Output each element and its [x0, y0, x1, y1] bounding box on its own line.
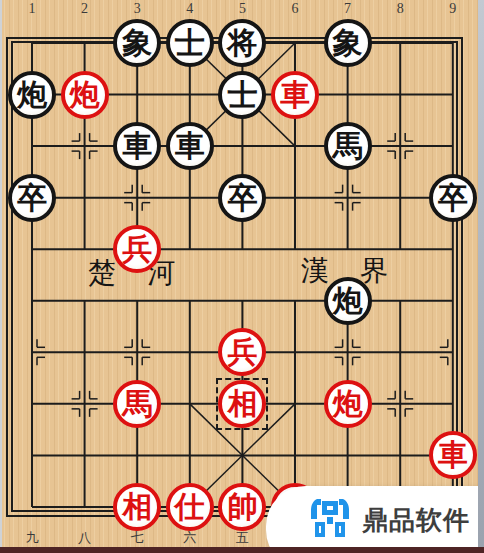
piece-black-elephant[interactable]: 象 — [324, 19, 372, 67]
file-label-bottom-2: 八 — [73, 531, 97, 544]
file-label-top-6: 6 — [283, 2, 307, 16]
piece-red-cannon[interactable]: 炮 — [324, 380, 372, 428]
piece-black-elephant[interactable]: 象 — [113, 19, 161, 67]
file-label-top-5: 5 — [230, 2, 254, 16]
window-edge-left — [0, 0, 2, 553]
piece-black-chariot[interactable]: 車 — [113, 122, 161, 170]
file-label-bottom-4: 六 — [178, 531, 202, 544]
file-label-top-1: 1 — [20, 2, 44, 16]
piece-black-soldier[interactable]: 卒 — [218, 174, 266, 222]
watermark-badge: 鼎品软件 — [266, 486, 484, 553]
piece-black-soldier[interactable]: 卒 — [429, 174, 477, 222]
file-label-top-4: 4 — [178, 2, 202, 16]
piece-black-advisor[interactable]: 士 — [218, 71, 266, 119]
piece-red-elephant[interactable]: 相 — [113, 483, 161, 531]
dingpin-logo — [308, 496, 352, 540]
piece-red-chariot[interactable]: 車 — [429, 431, 477, 479]
piece-black-horse[interactable]: 馬 — [324, 122, 372, 170]
piece-red-general[interactable]: 帥 — [218, 483, 266, 531]
file-label-top-8: 8 — [388, 2, 412, 16]
piece-red-advisor[interactable]: 仕 — [166, 483, 214, 531]
file-label-top-3: 3 — [125, 2, 149, 16]
file-label-bottom-3: 七 — [125, 531, 149, 544]
window-edge-right[interactable] — [478, 0, 484, 553]
piece-red-cannon[interactable]: 炮 — [61, 71, 109, 119]
piece-red-chariot[interactable]: 車 — [271, 71, 319, 119]
file-label-bottom-5: 五 — [230, 531, 254, 544]
piece-black-soldier[interactable]: 卒 — [8, 174, 56, 222]
piece-black-chariot[interactable]: 車 — [166, 122, 214, 170]
window-edge-bottom — [0, 547, 484, 553]
file-label-top-9: 9 — [441, 2, 465, 16]
piece-red-elephant[interactable]: 相 — [218, 380, 266, 428]
piece-black-advisor[interactable]: 士 — [166, 19, 214, 67]
watermark-text: 鼎品软件 — [362, 503, 470, 538]
file-label-bottom-1: 九 — [20, 531, 44, 544]
file-label-top-2: 2 — [73, 2, 97, 16]
piece-red-horse[interactable]: 馬 — [113, 380, 161, 428]
piece-black-cannon[interactable]: 炮 — [8, 71, 56, 119]
xiangqi-board: 123456789 九八七六五四三二一 楚 河 漢 界 象士将象炮炮士車車車馬卒… — [0, 0, 484, 553]
file-label-top-7: 7 — [336, 2, 360, 16]
piece-black-cannon[interactable]: 炮 — [324, 277, 372, 325]
